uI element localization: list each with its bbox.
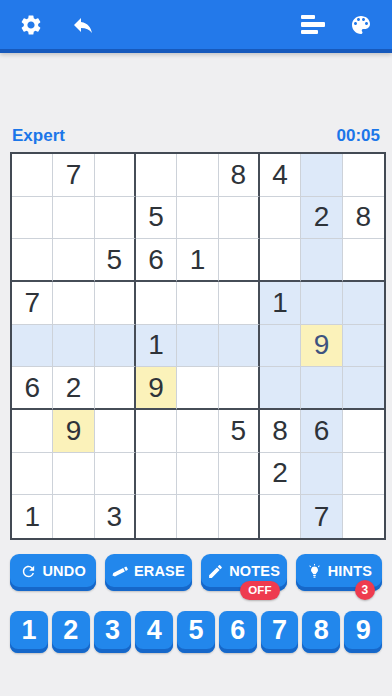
- numpad-7-button[interactable]: 7: [261, 611, 299, 653]
- cell-r2c7[interactable]: [260, 197, 301, 240]
- given-digit: 1: [272, 287, 288, 319]
- action-bar: UNDO ERASE NOTES OFF HINTS 3: [10, 554, 382, 591]
- cell-r8c9[interactable]: [343, 453, 384, 496]
- given-digit: 6: [314, 415, 330, 447]
- undo-button[interactable]: UNDO: [10, 554, 96, 591]
- cell-r1c3[interactable]: [95, 154, 136, 197]
- given-digit: 1: [148, 329, 164, 361]
- cell-r7c4[interactable]: [136, 410, 177, 453]
- cell-r1c2[interactable]: 7: [53, 154, 94, 197]
- cell-r1c6[interactable]: 8: [219, 154, 260, 197]
- cell-r7c5[interactable]: [177, 410, 218, 453]
- cell-r2c1[interactable]: [12, 197, 53, 240]
- given-digit: 7: [66, 159, 82, 191]
- cell-r3c3[interactable]: 5: [95, 239, 136, 282]
- cell-r7c6[interactable]: 5: [219, 410, 260, 453]
- numpad-9-button[interactable]: 9: [344, 611, 382, 653]
- cell-r6c6[interactable]: [219, 367, 260, 410]
- cell-r7c3[interactable]: [95, 410, 136, 453]
- status-row: Expert 00:05: [0, 126, 392, 146]
- given-digit: 1: [24, 501, 40, 533]
- given-digit: 3: [107, 501, 123, 533]
- cell-r6c9[interactable]: [343, 367, 384, 410]
- erase-button[interactable]: ERASE: [105, 554, 191, 591]
- cell-r8c1[interactable]: [12, 453, 53, 496]
- cell-r8c3[interactable]: [95, 453, 136, 496]
- cell-r1c8[interactable]: [301, 154, 342, 197]
- cell-r6c3[interactable]: [95, 367, 136, 410]
- cell-r8c7[interactable]: 2: [260, 453, 301, 496]
- cell-r4c8[interactable]: [301, 282, 342, 325]
- given-digit: 5: [107, 244, 123, 276]
- given-digit: 1: [190, 244, 206, 276]
- cell-r1c9[interactable]: [343, 154, 384, 197]
- notes-off-badge: OFF: [240, 581, 280, 601]
- cell-r9c7[interactable]: [260, 495, 301, 538]
- given-digit: 2: [66, 372, 82, 404]
- cell-r2c3[interactable]: [95, 197, 136, 240]
- given-digit: 7: [314, 501, 330, 533]
- cell-r7c2[interactable]: 9: [53, 410, 94, 453]
- given-digit: 4: [272, 159, 288, 191]
- cell-r3c5[interactable]: 1: [177, 239, 218, 282]
- numpad-5-button[interactable]: 5: [177, 611, 215, 653]
- cell-r2c5[interactable]: [177, 197, 218, 240]
- cell-r9c1[interactable]: 1: [12, 495, 53, 538]
- hints-count-badge: 3: [355, 580, 375, 600]
- cell-r5c1[interactable]: [12, 325, 53, 368]
- cell-r9c6[interactable]: [219, 495, 260, 538]
- given-digit: 7: [24, 287, 40, 319]
- cell-r3c6[interactable]: [219, 239, 260, 282]
- cell-r2c2[interactable]: [53, 197, 94, 240]
- undo-label: UNDO: [42, 563, 86, 579]
- cell-r4c4[interactable]: [136, 282, 177, 325]
- cell-r2c4[interactable]: 5: [136, 197, 177, 240]
- cell-r6c5[interactable]: [177, 367, 218, 410]
- erase-label: ERASE: [134, 563, 185, 579]
- cell-r4c5[interactable]: [177, 282, 218, 325]
- cell-r9c5[interactable]: [177, 495, 218, 538]
- number-pad: 123456789: [10, 611, 382, 653]
- cell-r7c1[interactable]: [12, 410, 53, 453]
- numpad-4-button[interactable]: 4: [135, 611, 173, 653]
- cell-r6c2[interactable]: 2: [53, 367, 94, 410]
- cell-r5c5[interactable]: [177, 325, 218, 368]
- erase-pencil-icon: [110, 560, 131, 581]
- stats-bars-icon[interactable]: [300, 12, 326, 38]
- numpad-6-button[interactable]: 6: [219, 611, 257, 653]
- cell-r7c8[interactable]: 6: [301, 410, 342, 453]
- cell-r4c2[interactable]: [53, 282, 94, 325]
- cell-r5c8[interactable]: 9: [301, 325, 342, 368]
- entered-digit: 9: [314, 329, 330, 361]
- cell-r3c1[interactable]: [12, 239, 53, 282]
- cell-r7c7[interactable]: 8: [260, 410, 301, 453]
- cell-r9c4[interactable]: [136, 495, 177, 538]
- hint-bulb-icon: [306, 563, 323, 580]
- cell-r5c9[interactable]: [343, 325, 384, 368]
- cell-r7c9[interactable]: [343, 410, 384, 453]
- given-digit: 2: [272, 457, 288, 489]
- cell-r1c1[interactable]: [12, 154, 53, 197]
- cell-r2c6[interactable]: [219, 197, 260, 240]
- cell-r9c3[interactable]: 3: [95, 495, 136, 538]
- cell-r1c5[interactable]: [177, 154, 218, 197]
- sudoku-board: 784528561711962995862137: [10, 152, 386, 540]
- given-digit: 9: [148, 372, 164, 404]
- cell-r4c1[interactable]: 7: [12, 282, 53, 325]
- given-digit: 9: [66, 415, 82, 447]
- cell-r1c7[interactable]: 4: [260, 154, 301, 197]
- cell-r5c2[interactable]: [53, 325, 94, 368]
- difficulty-label: Expert: [12, 126, 65, 146]
- given-digit: 2: [314, 201, 330, 233]
- hints-label: HINTS: [328, 563, 373, 579]
- numpad-2-button[interactable]: 2: [52, 611, 90, 653]
- given-digit: 8: [356, 201, 372, 233]
- cell-r9c9[interactable]: [343, 495, 384, 538]
- cell-r3c8[interactable]: [301, 239, 342, 282]
- numpad-8-button[interactable]: 8: [302, 611, 340, 653]
- cell-r3c7[interactable]: [260, 239, 301, 282]
- cell-r3c9[interactable]: [343, 239, 384, 282]
- cell-r2c8[interactable]: 2: [301, 197, 342, 240]
- cell-r4c9[interactable]: [343, 282, 384, 325]
- cell-r6c8[interactable]: [301, 367, 342, 410]
- cell-r4c6[interactable]: [219, 282, 260, 325]
- given-digit: 8: [272, 415, 288, 447]
- cell-r3c4[interactable]: 6: [136, 239, 177, 282]
- cell-r4c7[interactable]: 1: [260, 282, 301, 325]
- cell-r1c4[interactable]: [136, 154, 177, 197]
- cell-r5c4[interactable]: 1: [136, 325, 177, 368]
- timer-label: 00:05: [337, 126, 380, 146]
- cell-r8c5[interactable]: [177, 453, 218, 496]
- cell-r2c9[interactable]: 8: [343, 197, 384, 240]
- given-digit: 5: [231, 415, 247, 447]
- cell-r3c2[interactable]: [53, 239, 94, 282]
- cell-r6c7[interactable]: [260, 367, 301, 410]
- numpad-1-button[interactable]: 1: [10, 611, 48, 653]
- notes-pencil-icon: [207, 563, 224, 580]
- hints-button[interactable]: HINTS 3: [296, 554, 382, 591]
- given-digit: 6: [148, 244, 164, 276]
- cell-r6c1[interactable]: 6: [12, 367, 53, 410]
- cell-r9c8[interactable]: 7: [301, 495, 342, 538]
- cell-r8c4[interactable]: [136, 453, 177, 496]
- cell-r5c3[interactable]: [95, 325, 136, 368]
- numpad-3-button[interactable]: 3: [94, 611, 132, 653]
- cell-r4c3[interactable]: [95, 282, 136, 325]
- given-digit: 8: [231, 159, 247, 191]
- notes-button[interactable]: NOTES OFF: [201, 554, 287, 591]
- notes-label: NOTES: [229, 563, 280, 579]
- cell-r8c6[interactable]: [219, 453, 260, 496]
- settings-gear-icon[interactable]: [18, 12, 44, 38]
- given-digit: 6: [24, 372, 40, 404]
- cell-r5c6[interactable]: [219, 325, 260, 368]
- back-arrow-icon[interactable]: [70, 12, 96, 38]
- given-digit: 5: [148, 201, 164, 233]
- cell-r9c2[interactable]: [53, 495, 94, 538]
- cell-r6c4[interactable]: 9: [136, 367, 177, 410]
- top-toolbar: [0, 0, 392, 53]
- theme-palette-icon[interactable]: [348, 12, 374, 38]
- undo-refresh-icon: [20, 563, 37, 580]
- cell-r5c7[interactable]: [260, 325, 301, 368]
- cell-r8c2[interactable]: [53, 453, 94, 496]
- cell-r8c8[interactable]: [301, 453, 342, 496]
